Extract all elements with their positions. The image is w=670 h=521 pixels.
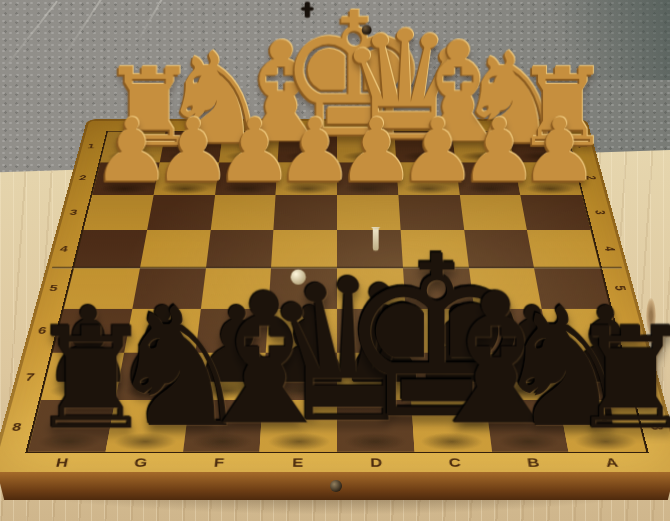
wall-scratch — [65, 0, 106, 55]
piece-wP-h2: ♟ — [92, 107, 153, 194]
piece-bQ-e8: ♛ — [260, 253, 337, 450]
square-h2: ♟ — [92, 162, 159, 195]
rank-label-right-1: 1 — [552, 141, 613, 151]
square-h3 — [83, 195, 153, 230]
piece-finial — [305, 2, 310, 18]
piece-wP-d2: ♟ — [337, 107, 398, 194]
square-e2: ♟ — [276, 162, 337, 195]
square-c2: ♟ — [396, 162, 459, 195]
piece-bK-d8: ♚ — [337, 227, 414, 450]
file-label-a: A — [571, 456, 653, 473]
piece-finial — [373, 227, 379, 250]
board-grid: ♜♞♝♚♛♝♞♜♟♟♟♟♟♟♟♟♟♟♟♟♟♟♟♟♜♞♝♛♚♝♞♜ — [25, 131, 649, 454]
file-label-g: G — [100, 456, 181, 473]
clasp-stud — [330, 480, 342, 492]
piece-bN-b8: ♞ — [491, 286, 568, 450]
piece-bB-c8: ♝ — [414, 269, 491, 450]
rank-label-right-3: 3 — [567, 206, 633, 218]
piece-finial — [362, 25, 372, 35]
piece-bB-f8: ♝ — [183, 269, 260, 450]
piece-bR-a8: ♜ — [568, 309, 645, 450]
file-label-c: C — [415, 456, 495, 473]
file-label-d: D — [337, 456, 416, 473]
square-g2: ♟ — [153, 162, 218, 195]
piece-wP-b2: ♟ — [459, 107, 520, 194]
square-b2: ♟ — [455, 162, 520, 195]
file-labels: HGFEDCBA — [20, 456, 653, 473]
piece-wP-g2: ♟ — [154, 107, 215, 194]
square-e3 — [274, 195, 337, 230]
piece-bR-h8: ♜ — [28, 309, 105, 450]
square-d2: ♟ — [337, 162, 398, 195]
piece-wP-c2: ♟ — [398, 107, 459, 194]
photo-scene: ♜♞♝♚♛♝♞♜♟♟♟♟♟♟♟♟♟♟♟♟♟♟♟♟♜♞♝♛♚♝♞♜ HGFEDCB… — [0, 0, 670, 521]
piece-wP-e2: ♟ — [276, 107, 337, 194]
square-a8: ♜ — [559, 400, 646, 452]
square-b8: ♞ — [485, 400, 569, 452]
wall-scratch — [4, 0, 58, 68]
rank-label-right-2: 2 — [560, 172, 623, 183]
file-label-b: B — [493, 456, 574, 473]
square-f2: ♟ — [215, 162, 278, 195]
square-f8: ♝ — [182, 400, 262, 452]
board-front-edge — [0, 472, 670, 500]
piece-wP-f2: ♟ — [215, 107, 276, 194]
square-e8: ♛ — [260, 400, 337, 452]
square-h8: ♜ — [28, 400, 115, 452]
file-label-e: E — [258, 456, 337, 473]
rank-label-right-4: 4 — [576, 242, 644, 255]
square-c8: ♝ — [411, 400, 491, 452]
square-f3 — [210, 195, 276, 230]
chess-board: ♜♞♝♚♛♝♞♜♟♟♟♟♟♟♟♟♟♟♟♟♟♟♟♟♜♞♝♛♚♝♞♜ HGFEDCB… — [0, 119, 670, 475]
piece-bN-g8: ♞ — [106, 286, 183, 450]
square-d8: ♚ — [337, 400, 414, 452]
piece-finial — [291, 269, 306, 284]
file-label-h: H — [20, 456, 102, 473]
file-label-f: F — [179, 456, 259, 473]
square-g8: ♞ — [105, 400, 189, 452]
square-h4 — [74, 230, 147, 268]
square-g3 — [147, 195, 215, 230]
